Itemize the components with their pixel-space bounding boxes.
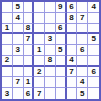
cell-r6c9[interactable] — [88, 56, 99, 67]
cell-r1c3[interactable] — [24, 2, 35, 13]
cell-r4c3: 7 — [24, 34, 35, 45]
cell-r4c5: 3 — [45, 34, 56, 45]
cell-r7c6[interactable] — [56, 67, 67, 78]
cell-r7c9: 6 — [88, 67, 99, 78]
cell-r7c1[interactable] — [2, 67, 13, 78]
cell-r5c2: 3 — [13, 45, 24, 56]
cell-r2c4[interactable] — [34, 13, 45, 24]
cell-r1c7: 6 — [67, 2, 78, 13]
cell-r5c3[interactable] — [24, 45, 35, 56]
cell-r4c9: 5 — [88, 34, 99, 45]
cell-r4c8[interactable] — [77, 34, 88, 45]
cell-r6c2[interactable] — [13, 56, 24, 67]
cell-r8c9[interactable] — [88, 77, 99, 88]
cell-r8c6[interactable] — [56, 77, 67, 88]
cell-r6c1: 2 — [2, 56, 13, 67]
cell-r5c8: 6 — [77, 45, 88, 56]
cell-r5c6: 5 — [56, 45, 67, 56]
cell-r3c2[interactable] — [13, 24, 24, 35]
cell-r2c6[interactable] — [56, 13, 67, 24]
cell-r2c2: 4 — [13, 13, 24, 24]
cell-r9c5[interactable] — [45, 88, 56, 99]
cell-r1c4[interactable] — [34, 2, 45, 13]
cell-r1c8[interactable] — [77, 2, 88, 13]
cell-r3c9[interactable] — [88, 24, 99, 35]
cell-r2c8: 7 — [77, 13, 88, 24]
cell-r8c2: 7 — [13, 77, 24, 88]
cell-r5c1[interactable] — [2, 45, 13, 56]
cell-r9c4: 7 — [34, 88, 45, 99]
cell-r4c4[interactable] — [34, 34, 45, 45]
cell-r4c2[interactable] — [13, 34, 24, 45]
cell-r8c1[interactable] — [2, 77, 13, 88]
sudoku-board: 596448718673531562842767143675 — [0, 0, 101, 101]
cell-r3c7[interactable] — [67, 24, 78, 35]
cell-r3c1: 1 — [2, 24, 13, 35]
cell-r5c5[interactable] — [45, 45, 56, 56]
cell-r6c4[interactable] — [34, 56, 45, 67]
cell-r8c5[interactable] — [45, 77, 56, 88]
cell-r6c6[interactable] — [56, 56, 67, 67]
cell-r8c4[interactable] — [34, 77, 45, 88]
cell-r2c9[interactable] — [88, 13, 99, 24]
cell-r9c2[interactable] — [13, 88, 24, 99]
cell-r5c7[interactable] — [67, 45, 78, 56]
cell-r8c8: 4 — [77, 77, 88, 88]
cell-r5c4: 1 — [34, 45, 45, 56]
cell-r3c6: 6 — [56, 24, 67, 35]
cell-r1c5[interactable] — [45, 2, 56, 13]
cell-r8c3: 1 — [24, 77, 35, 88]
cell-r2c1[interactable] — [2, 13, 13, 24]
cell-r6c5: 8 — [45, 56, 56, 67]
cell-r6c3[interactable] — [24, 56, 35, 67]
cell-r9c9[interactable] — [88, 88, 99, 99]
cell-r7c2[interactable] — [13, 67, 24, 78]
cell-r4c1[interactable] — [2, 34, 13, 45]
cell-r3c8[interactable] — [77, 24, 88, 35]
cell-r9c6[interactable] — [56, 88, 67, 99]
cell-r4c6[interactable] — [56, 34, 67, 45]
cell-r7c3[interactable] — [24, 67, 35, 78]
cell-r6c7: 4 — [67, 56, 78, 67]
cell-r1c9: 4 — [88, 2, 99, 13]
cell-r1c2: 5 — [13, 2, 24, 13]
cell-r7c8[interactable] — [77, 67, 88, 78]
cell-r9c1: 3 — [2, 88, 13, 99]
cell-r9c8: 5 — [77, 88, 88, 99]
cell-r1c6: 9 — [56, 2, 67, 13]
cell-r7c7: 7 — [67, 67, 78, 78]
cell-r8c7[interactable] — [67, 77, 78, 88]
cell-r2c7: 8 — [67, 13, 78, 24]
cell-r4c7[interactable] — [67, 34, 78, 45]
cell-r7c5[interactable] — [45, 67, 56, 78]
cell-r1c1[interactable] — [2, 2, 13, 13]
cell-r3c4[interactable] — [34, 24, 45, 35]
cell-r2c3[interactable] — [24, 13, 35, 24]
cell-r5c9[interactable] — [88, 45, 99, 56]
cell-r9c7[interactable] — [67, 88, 78, 99]
cell-r3c5[interactable] — [45, 24, 56, 35]
cell-r6c8[interactable] — [77, 56, 88, 67]
cell-r7c4: 2 — [34, 67, 45, 78]
cell-r3c3: 8 — [24, 24, 35, 35]
cell-r9c3: 6 — [24, 88, 35, 99]
cell-r2c5[interactable] — [45, 13, 56, 24]
